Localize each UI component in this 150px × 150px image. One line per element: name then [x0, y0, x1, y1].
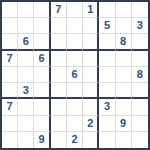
sudoku-cell-r7c2[interactable]	[18, 99, 34, 115]
given-digit: 3	[23, 85, 29, 96]
sudoku-cell-r4c1[interactable]: 7	[2, 51, 18, 67]
sudoku-cell-r2c5[interactable]	[67, 18, 83, 34]
sudoku-cell-r8c3[interactable]	[34, 116, 50, 132]
sudoku-cell-r9c1[interactable]	[2, 132, 18, 148]
sudoku-cell-r7c1[interactable]: 7	[2, 99, 18, 115]
given-digit: 6	[71, 69, 77, 80]
sudoku-cell-r7c5[interactable]	[67, 99, 83, 115]
sudoku-cell-r6c6[interactable]	[83, 83, 99, 99]
sudoku-cell-r5c1[interactable]	[2, 67, 18, 83]
sudoku-cell-r1c5[interactable]	[67, 2, 83, 18]
sudoku-cell-r9c5[interactable]: 2	[67, 132, 83, 148]
given-digit: 1	[87, 4, 93, 15]
sudoku-cell-r5c8[interactable]	[116, 67, 132, 83]
sudoku-cell-r7c8[interactable]	[116, 99, 132, 115]
sudoku-cell-r5c5[interactable]: 6	[67, 67, 83, 83]
sudoku-cell-r1c1[interactable]	[2, 2, 18, 18]
sudoku-cell-r2c9[interactable]: 3	[132, 18, 148, 34]
sudoku-cell-r5c9[interactable]: 8	[132, 67, 148, 83]
sudoku-cell-r2c1[interactable]	[2, 18, 18, 34]
sudoku-cell-r8c2[interactable]	[18, 116, 34, 132]
sudoku-cell-r3c5[interactable]	[67, 34, 83, 50]
sudoku-cell-r4c7[interactable]	[99, 51, 115, 67]
sudoku-cell-r7c6[interactable]	[83, 99, 99, 115]
sudoku-cell-r4c5[interactable]	[67, 51, 83, 67]
sudoku-cell-r3c1[interactable]	[2, 34, 18, 50]
sudoku-cell-r1c9[interactable]	[132, 2, 148, 18]
sudoku-cell-r8c4[interactable]	[51, 116, 67, 132]
sudoku-cell-r8c5[interactable]	[67, 116, 83, 132]
sudoku-cell-r3c9[interactable]	[132, 34, 148, 50]
sudoku-cell-r2c2[interactable]	[18, 18, 34, 34]
sudoku-cell-r9c8[interactable]	[116, 132, 132, 148]
sudoku-cell-r9c4[interactable]	[51, 132, 67, 148]
sudoku-cell-r4c6[interactable]	[83, 51, 99, 67]
sudoku-cell-r9c6[interactable]	[83, 132, 99, 148]
sudoku-cell-r6c3[interactable]	[34, 83, 50, 99]
sudoku-cell-r6c9[interactable]	[132, 83, 148, 99]
sudoku-cell-r4c8[interactable]	[116, 51, 132, 67]
sudoku-cell-r1c3[interactable]	[34, 2, 50, 18]
sudoku-cell-r9c7[interactable]	[99, 132, 115, 148]
sudoku-cell-r3c8[interactable]: 8	[116, 34, 132, 50]
given-digit: 8	[120, 36, 126, 47]
sudoku-cell-r6c1[interactable]	[2, 83, 18, 99]
sudoku-cell-r7c3[interactable]	[34, 99, 50, 115]
given-digit: 2	[87, 118, 93, 129]
sudoku-cell-r8c9[interactable]	[132, 116, 148, 132]
sudoku-cell-r2c7[interactable]: 5	[99, 18, 115, 34]
given-digit: 9	[38, 134, 44, 145]
given-digit: 2	[71, 134, 77, 145]
sudoku-cell-r6c4[interactable]	[51, 83, 67, 99]
sudoku-cell-r1c6[interactable]: 1	[83, 2, 99, 18]
sudoku-cell-r9c2[interactable]	[18, 132, 34, 148]
given-digit: 7	[7, 101, 13, 112]
sudoku-cell-r1c4[interactable]: 7	[51, 2, 67, 18]
sudoku-cell-r3c6[interactable]	[83, 34, 99, 50]
sudoku-cell-r7c4[interactable]	[51, 99, 67, 115]
sudoku-cell-r6c8[interactable]	[116, 83, 132, 99]
sudoku-cell-r2c8[interactable]	[116, 18, 132, 34]
sudoku-cell-r1c8[interactable]	[116, 2, 132, 18]
sudoku-cell-r4c3[interactable]: 6	[34, 51, 50, 67]
given-digit: 7	[55, 4, 61, 15]
sudoku-cell-r5c4[interactable]	[51, 67, 67, 83]
given-digit: 8	[137, 69, 143, 80]
sudoku-cell-r9c9[interactable]	[132, 132, 148, 148]
sudoku-cell-r5c6[interactable]	[83, 67, 99, 83]
sudoku-cell-r2c3[interactable]	[34, 18, 50, 34]
sudoku-cell-r8c1[interactable]	[2, 116, 18, 132]
sudoku-cell-r7c9[interactable]	[132, 99, 148, 115]
sudoku-cell-r8c7[interactable]	[99, 116, 115, 132]
sudoku-cell-r4c9[interactable]	[132, 51, 148, 67]
sudoku-cell-r7c7[interactable]: 3	[99, 99, 115, 115]
sudoku-cell-r5c7[interactable]	[99, 67, 115, 83]
sudoku-cell-r6c2[interactable]: 3	[18, 83, 34, 99]
sudoku-cell-r1c7[interactable]	[99, 2, 115, 18]
sudoku-cell-r9c3[interactable]: 9	[34, 132, 50, 148]
given-digit: 9	[120, 118, 126, 129]
given-digit: 6	[38, 53, 44, 64]
given-digit: 7	[7, 53, 13, 64]
given-digit: 6	[23, 36, 29, 47]
sudoku-cell-r8c6[interactable]: 2	[83, 116, 99, 132]
sudoku-cell-r1c2[interactable]	[18, 2, 34, 18]
sudoku-cell-r2c4[interactable]	[51, 18, 67, 34]
sudoku-cell-r8c8[interactable]: 9	[116, 116, 132, 132]
given-digit: 3	[137, 20, 143, 31]
sudoku-cell-r4c4[interactable]	[51, 51, 67, 67]
given-digit: 3	[104, 101, 110, 112]
given-digit: 5	[104, 20, 110, 31]
sudoku-cell-r5c3[interactable]	[34, 67, 50, 83]
sudoku-board: 71536876683732992	[0, 0, 150, 150]
sudoku-cell-r5c2[interactable]	[18, 67, 34, 83]
sudoku-cell-r6c7[interactable]	[99, 83, 115, 99]
sudoku-cell-r2c6[interactable]	[83, 18, 99, 34]
sudoku-cell-r3c3[interactable]	[34, 34, 50, 50]
sudoku-cell-r3c2[interactable]: 6	[18, 34, 34, 50]
sudoku-cell-r4c2[interactable]	[18, 51, 34, 67]
sudoku-cell-r6c5[interactable]	[67, 83, 83, 99]
sudoku-cell-r3c7[interactable]	[99, 34, 115, 50]
sudoku-cell-r3c4[interactable]	[51, 34, 67, 50]
